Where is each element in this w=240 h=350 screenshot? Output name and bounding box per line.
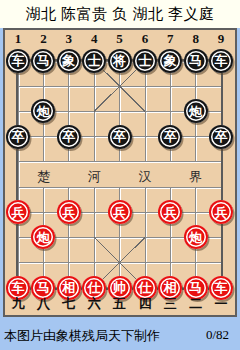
file-label-bottom: 五 — [107, 296, 132, 311]
piece-black-general[interactable]: 将 — [108, 49, 132, 73]
file-label-bottom: 一 — [208, 296, 233, 311]
piece-black-cannon[interactable]: 炮 — [31, 99, 55, 123]
piece-red-cannon[interactable]: 炮 — [31, 225, 55, 249]
piece-red-soldier[interactable]: 兵 — [209, 200, 233, 224]
piece-black-advisor[interactable]: 士 — [133, 49, 157, 73]
file-label-top: 3 — [56, 31, 81, 46]
piece-black-soldier[interactable]: 卒 — [108, 125, 132, 149]
piece-black-chariot[interactable]: 车 — [209, 49, 233, 73]
file-label-top: 4 — [81, 31, 106, 46]
piece-red-cannon[interactable]: 炮 — [184, 225, 208, 249]
piece-black-soldier[interactable]: 卒 — [6, 125, 30, 149]
file-label-bottom: 三 — [158, 296, 183, 311]
piece-black-horse[interactable]: 马 — [184, 49, 208, 73]
move-counter: 0/82 — [206, 327, 229, 343]
piece-red-soldier[interactable]: 兵 — [57, 200, 81, 224]
piece-black-horse[interactable]: 马 — [31, 49, 55, 73]
credit-text: 本图片由象棋残局天下制作 — [4, 327, 160, 345]
piece-black-soldier[interactable]: 卒 — [209, 125, 233, 149]
file-label-bottom: 九 — [5, 296, 30, 311]
piece-black-elephant[interactable]: 象 — [158, 49, 182, 73]
file-label-top: 5 — [107, 31, 132, 46]
piece-black-cannon[interactable]: 炮 — [184, 99, 208, 123]
file-label-bottom: 四 — [132, 296, 157, 311]
file-label-top: 8 — [183, 31, 208, 46]
piece-black-advisor[interactable]: 士 — [82, 49, 106, 73]
file-label-bottom: 八 — [31, 296, 56, 311]
pieces-layer: 车马象士将士象马车炮炮卒卒卒卒卒兵兵兵兵兵炮炮车马相仕帅仕相马车 — [5, 48, 234, 300]
piece-red-soldier[interactable]: 兵 — [6, 200, 30, 224]
file-label-bottom: 二 — [183, 296, 208, 311]
file-label-top: 6 — [132, 31, 157, 46]
match-title: 湖北 陈富贵 负 湖北 李义庭 — [0, 0, 240, 28]
file-label-top: 2 — [31, 31, 56, 46]
piece-black-soldier[interactable]: 卒 — [57, 125, 81, 149]
file-label-top: 9 — [208, 31, 233, 46]
piece-red-soldier[interactable]: 兵 — [158, 200, 182, 224]
file-label-bottom: 七 — [56, 296, 81, 311]
file-label-bottom: 六 — [81, 296, 106, 311]
piece-red-soldier[interactable]: 兵 — [108, 200, 132, 224]
file-labels-bottom: 九八七六五四三二一 — [5, 296, 234, 311]
xiangqi-board: 123456789 楚河汉界 车马象士将士象马车炮炮卒卒卒卒卒兵兵兵兵兵炮炮车马… — [3, 28, 237, 317]
piece-black-soldier[interactable]: 卒 — [158, 125, 182, 149]
file-label-top: 1 — [5, 31, 30, 46]
file-labels-top: 123456789 — [5, 31, 234, 46]
piece-black-chariot[interactable]: 车 — [6, 49, 30, 73]
xiangqi-viewer-page: { "game": "xiangqi", "position": "rnbaka… — [0, 0, 240, 350]
piece-black-elephant[interactable]: 象 — [57, 49, 81, 73]
file-label-top: 7 — [158, 31, 183, 46]
